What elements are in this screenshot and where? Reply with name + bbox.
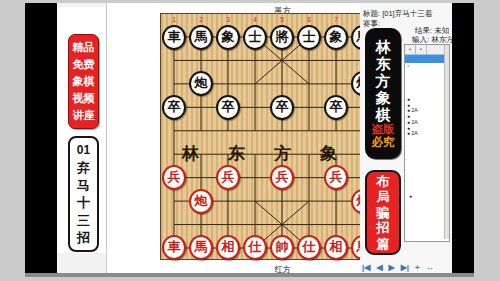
brand-char: 林 [376,38,391,55]
game-title-field: 标题: [01]弃马十三着 [363,9,432,19]
piece-black-士[interactable]: 士 [243,25,267,50]
board-panel: 黑方 [106,3,361,274]
text-char: 01 [77,142,90,160]
xiangqi-app-window: 精品免费象棋视频讲座 01弃马十三招 黑方 [57,3,452,274]
board-intersection[interactable] [323,119,350,142]
piece-red-相[interactable]: 相 [216,235,240,260]
board-intersection[interactable] [215,189,242,212]
board-intersection[interactable] [188,119,215,142]
nav-swap-button[interactable]: ↔ [426,262,434,274]
board-intersection[interactable] [242,49,269,72]
piece-red-帥[interactable]: 帥 [270,235,294,260]
board-intersection[interactable]: 炮 [188,72,215,95]
board-intersection[interactable]: 兵 [323,166,350,189]
letterbox-bar-right [452,3,474,274]
move-list-header: •• [405,45,444,55]
video-frame: 精品免费象棋视频讲座 01弃马十三招 黑方 [0,0,500,281]
piece-black-將[interactable]: 將 [270,25,294,50]
piece-black-士[interactable]: 士 [297,25,321,50]
piece-red-仕[interactable]: 仕 [243,235,267,260]
piece-black-炮[interactable]: 炮 [189,71,213,96]
board-intersection[interactable]: 相 [215,236,242,259]
board-intersection[interactable] [242,96,269,119]
board-intersection[interactable]: 仕 [296,236,323,259]
board-intersection[interactable] [296,119,323,142]
piece-black-卒[interactable]: 卒 [162,95,186,120]
board-intersection[interactable]: 卒 [215,96,242,119]
board-intersection[interactable] [215,72,242,95]
piece-red-炮[interactable]: 炮 [189,189,213,214]
player-frame-top [0,0,500,3]
piece-red-兵[interactable]: 兵 [324,165,348,190]
board-intersection[interactable] [188,142,215,165]
board-intersection[interactable] [161,213,188,236]
board-intersection[interactable] [323,142,350,165]
board-intersection[interactable] [269,189,296,212]
board-intersection[interactable] [323,49,350,72]
board-intersection[interactable] [269,72,296,95]
move-list-scrollbar[interactable] [444,45,449,239]
piece-black-車[interactable]: 車 [162,25,186,50]
board-intersection[interactable] [296,96,323,119]
board-intersection[interactable] [242,72,269,95]
board-intersection[interactable] [215,142,242,165]
player-frame-right [474,0,500,281]
text-char: 篇 [377,236,390,252]
piece-black-馬[interactable]: 馬 [189,25,213,50]
piece-red-兵[interactable]: 兵 [162,165,186,190]
nav-last-button[interactable]: ▶| [401,262,409,274]
board-intersection[interactable] [296,166,323,189]
move-list-header-cell: • [416,45,427,54]
piracy-warning-line2: 必究 [372,136,395,149]
move-list-selected-row[interactable] [405,55,444,63]
text-char: 1 [168,16,180,23]
board-intersection[interactable] [323,72,350,95]
text-char: 7 [330,16,342,23]
text-char: 马 [77,177,90,195]
board-intersection[interactable] [215,49,242,72]
piracy-warning-line1: 盗版 [372,123,395,136]
text-char: 6 [303,16,315,23]
board-intersection[interactable] [323,189,350,212]
promo-banner: 精品免费象棋视频讲座 [68,34,99,129]
board-intersection[interactable]: 將 [269,25,296,48]
board-intersection[interactable] [242,189,269,212]
info-panel: 标题: [01]弃马十三着 赛事: 结果: 未知 输入: 林东方 林东方象棋盗版… [360,3,452,274]
move-list-item[interactable]: ● 2A [407,131,443,137]
piece-red-仕[interactable]: 仕 [297,235,321,260]
player-frame-bottom [0,277,500,281]
move-list-item[interactable]: ● [409,193,412,199]
move-list-items: ●●● 2A●● 2A●● 2A [407,97,443,137]
board-intersection[interactable] [188,96,215,119]
text-char: 5 [276,16,288,23]
board-intersection[interactable] [296,213,323,236]
board-intersection[interactable]: 車 [161,25,188,48]
text-char: 十 [77,194,90,212]
board-intersection[interactable]: 兵 [161,166,188,189]
board-intersection[interactable]: 相 [323,236,350,259]
text-char: 三 [77,212,90,230]
board-intersection[interactable] [161,49,188,72]
piece-black-卒[interactable]: 卒 [270,95,294,120]
text-char: 视频 [73,90,95,107]
board-intersection[interactable]: 馬 [188,25,215,48]
nav-next-button[interactable]: ▶ [389,262,395,274]
board-intersection[interactable]: 士 [242,25,269,48]
board-intersection[interactable]: 卒 [269,96,296,119]
text-char: 讲座 [73,107,95,124]
board-intersection[interactable] [296,189,323,212]
board-intersection[interactable] [161,142,188,165]
text-char: 精品 [73,39,95,56]
piece-black-象[interactable]: 象 [324,25,348,50]
board-intersection[interactable] [188,49,215,72]
board-intersection[interactable]: 帥 [269,236,296,259]
move-list-header-cell: • [405,45,416,54]
board-intersection[interactable] [296,142,323,165]
nav-first-button[interactable]: |◀ [362,262,370,274]
board-intersection[interactable] [269,142,296,165]
episode-title-banner: 01弃马十三招 [68,136,99,252]
board-intersection[interactable] [161,119,188,142]
board-intersection[interactable] [188,213,215,236]
brand-char: 象 [376,89,391,106]
board-intersection[interactable]: 士 [296,25,323,48]
board-intersection[interactable] [188,166,215,189]
board-intersection[interactable]: 車 [161,236,188,259]
board-intersection[interactable]: 卒 [161,96,188,119]
letterbox-bar-left [25,3,57,274]
board-intersection[interactable] [242,142,269,165]
board-intersection[interactable] [323,213,350,236]
board-intersection[interactable] [242,213,269,236]
piece-black-卒[interactable]: 卒 [324,95,348,120]
text-char: 招 [377,220,390,236]
piece-red-兵[interactable]: 兵 [216,165,240,190]
piece-red-馬[interactable]: 馬 [189,235,213,260]
series-banner: 布局骗招篇 [365,170,401,255]
move-list[interactable]: •• ° ●●● 2A●● 2A●● 2A ● [404,44,450,242]
board-intersection[interactable]: 馬 [188,236,215,259]
board-intersection[interactable] [161,189,188,212]
board-intersection[interactable] [269,213,296,236]
board-intersection[interactable] [215,119,242,142]
board-intersection[interactable] [242,119,269,142]
text-char: 骗 [377,205,390,221]
text-char: 2 [195,16,207,23]
move-list-cursor: ° [407,64,409,70]
brand-char: 棋 [376,106,391,123]
brand-char: 方 [376,72,391,89]
left-banner-strip: 精品免费象棋视频讲座 01弃马十三招 [57,7,106,253]
text-char: 象棋 [73,73,95,90]
piece-black-卒[interactable]: 卒 [216,95,240,120]
piece-red-相[interactable]: 相 [324,235,348,260]
board-intersection[interactable]: 象 [323,25,350,48]
player-frame-left [0,0,25,281]
text-char: 布 [377,174,390,190]
board-intersection[interactable]: 兵 [269,166,296,189]
board-intersection[interactable] [269,49,296,72]
nav-add-button[interactable]: + [415,262,420,274]
text-char: 弃 [77,159,90,177]
brand-banner: 林东方象棋盗版 必究 [365,28,401,159]
board-intersection[interactable]: 炮 [188,189,215,212]
board-intersection[interactable]: 兵 [215,166,242,189]
brand-char: 东 [376,55,391,72]
board-intersection[interactable] [296,72,323,95]
board-intersection[interactable] [269,119,296,142]
board-intersection[interactable] [215,213,242,236]
board-intersection[interactable]: 仕 [242,236,269,259]
piece-red-車[interactable]: 車 [162,235,186,260]
text-char: 免费 [73,56,95,73]
piece-black-象[interactable]: 象 [216,25,240,50]
text-char: 3 [222,16,234,23]
text-char: 局 [377,189,390,205]
piece-red-兵[interactable]: 兵 [270,165,294,190]
board-intersection[interactable]: 象 [215,25,242,48]
board-intersection[interactable] [161,72,188,95]
board-intersection[interactable] [242,166,269,189]
board-intersection[interactable]: 卒 [323,96,350,119]
nav-prev-button[interactable]: ◀ [376,262,382,274]
text-char: 4 [249,16,261,23]
text-char: 招 [77,229,90,247]
board-intersection[interactable] [296,49,323,72]
